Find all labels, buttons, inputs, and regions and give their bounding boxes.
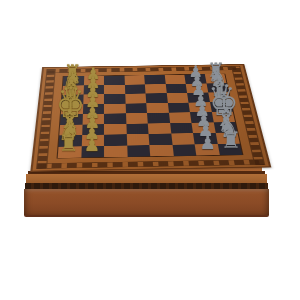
square-c4 (125, 93, 146, 103)
square-h6 (172, 144, 196, 156)
border-ornament-left (36, 69, 56, 169)
square-e3 (104, 113, 126, 124)
square-g3 (104, 134, 127, 145)
square-g4 (126, 134, 149, 145)
square-b3 (104, 85, 125, 95)
square-g5 (149, 134, 172, 145)
square-f3 (104, 124, 126, 135)
square-h4 (127, 145, 151, 157)
piece-white-pawn-h2: ♟ (84, 136, 100, 154)
square-a4 (124, 75, 145, 84)
square-d5 (146, 103, 168, 113)
square-b5 (145, 84, 166, 94)
square-a3 (104, 76, 124, 85)
chess-set-photo: ♜♞♝♛♚♝♞♜♟♟♟♟♟♟♟♟♟♟♟♟♟♟♟♟♜♞♝♛♚♝♞♜ (0, 0, 300, 300)
square-h5 (149, 145, 173, 157)
square-g6 (171, 133, 195, 144)
square-d4 (125, 103, 147, 113)
border-ornament-near (36, 159, 265, 169)
square-f4 (126, 123, 149, 134)
square-e4 (126, 113, 148, 124)
square-f5 (148, 123, 171, 134)
square-h3 (104, 145, 127, 157)
piece-white-rook-h1: ♜ (59, 132, 79, 154)
box-upper-band (26, 174, 267, 183)
square-a6 (164, 75, 185, 84)
square-a5 (144, 75, 165, 84)
square-c5 (146, 93, 168, 103)
square-d3 (104, 103, 126, 113)
square-c3 (104, 94, 125, 104)
square-e5 (147, 113, 170, 124)
square-d6 (167, 102, 190, 112)
square-f6 (170, 123, 193, 134)
square-b6 (165, 84, 187, 94)
square-c6 (166, 93, 188, 103)
square-e6 (168, 112, 191, 123)
piece-black-pawn-h7: ♟ (199, 134, 215, 152)
square-b4 (124, 84, 145, 94)
wooden-box-front (24, 189, 269, 217)
piece-black-rook-h8: ♜ (221, 130, 241, 152)
